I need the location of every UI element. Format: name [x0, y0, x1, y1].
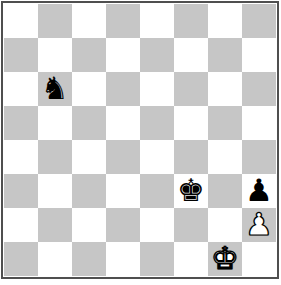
square-d5[interactable]: [106, 106, 140, 140]
chess-board: ♞♚♟♟♚: [1, 1, 279, 279]
square-f5[interactable]: [174, 106, 208, 140]
square-g6[interactable]: [208, 72, 242, 106]
square-d8[interactable]: [106, 4, 140, 38]
square-b8[interactable]: [38, 4, 72, 38]
square-d7[interactable]: [106, 38, 140, 72]
square-a2[interactable]: [4, 208, 38, 242]
square-a7[interactable]: [4, 38, 38, 72]
square-d6[interactable]: [106, 72, 140, 106]
square-e5[interactable]: [140, 106, 174, 140]
square-f1[interactable]: [174, 242, 208, 276]
square-f4[interactable]: [174, 140, 208, 174]
square-a8[interactable]: [4, 4, 38, 38]
square-a4[interactable]: [4, 140, 38, 174]
square-c3[interactable]: [72, 174, 106, 208]
square-d4[interactable]: [106, 140, 140, 174]
square-c4[interactable]: [72, 140, 106, 174]
square-c6[interactable]: [72, 72, 106, 106]
square-b2[interactable]: [38, 208, 72, 242]
square-d1[interactable]: [106, 242, 140, 276]
square-e6[interactable]: [140, 72, 174, 106]
white-pawn[interactable]: ♟: [245, 208, 273, 241]
square-f3[interactable]: ♚: [174, 174, 208, 208]
square-e4[interactable]: [140, 140, 174, 174]
square-h3[interactable]: ♟: [242, 174, 276, 208]
square-h1[interactable]: [242, 242, 276, 276]
square-g3[interactable]: [208, 174, 242, 208]
square-a1[interactable]: [4, 242, 38, 276]
square-h8[interactable]: [242, 4, 276, 38]
square-c1[interactable]: [72, 242, 106, 276]
square-h5[interactable]: [242, 106, 276, 140]
square-c8[interactable]: [72, 4, 106, 38]
white-king[interactable]: ♚: [211, 242, 239, 275]
square-g2[interactable]: [208, 208, 242, 242]
square-e7[interactable]: [140, 38, 174, 72]
square-f7[interactable]: [174, 38, 208, 72]
square-e2[interactable]: [140, 208, 174, 242]
black-king[interactable]: ♚: [177, 174, 205, 207]
square-b6[interactable]: ♞: [38, 72, 72, 106]
square-f8[interactable]: [174, 4, 208, 38]
square-d2[interactable]: [106, 208, 140, 242]
square-g1[interactable]: ♚: [208, 242, 242, 276]
square-f6[interactable]: [174, 72, 208, 106]
square-h6[interactable]: [242, 72, 276, 106]
square-b1[interactable]: [38, 242, 72, 276]
square-e1[interactable]: [140, 242, 174, 276]
square-b7[interactable]: [38, 38, 72, 72]
square-b5[interactable]: [38, 106, 72, 140]
black-knight[interactable]: ♞: [41, 72, 69, 105]
square-g5[interactable]: [208, 106, 242, 140]
square-b4[interactable]: [38, 140, 72, 174]
square-c2[interactable]: [72, 208, 106, 242]
square-c7[interactable]: [72, 38, 106, 72]
square-f2[interactable]: [174, 208, 208, 242]
square-g8[interactable]: [208, 4, 242, 38]
square-h4[interactable]: [242, 140, 276, 174]
square-a6[interactable]: [4, 72, 38, 106]
black-pawn[interactable]: ♟: [245, 174, 273, 207]
square-h7[interactable]: [242, 38, 276, 72]
square-g4[interactable]: [208, 140, 242, 174]
square-e3[interactable]: [140, 174, 174, 208]
square-d3[interactable]: [106, 174, 140, 208]
square-h2[interactable]: ♟: [242, 208, 276, 242]
square-c5[interactable]: [72, 106, 106, 140]
square-g7[interactable]: [208, 38, 242, 72]
square-e8[interactable]: [140, 4, 174, 38]
square-b3[interactable]: [38, 174, 72, 208]
square-a3[interactable]: [4, 174, 38, 208]
square-a5[interactable]: [4, 106, 38, 140]
board-grid: ♞♚♟♟♚: [4, 4, 276, 276]
